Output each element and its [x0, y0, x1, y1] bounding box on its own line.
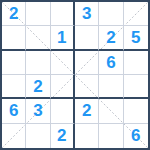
cell-r3c1[interactable]: 2	[26, 75, 50, 99]
cell-r0c0[interactable]: 2	[2, 2, 26, 26]
cell-r3c2[interactable]	[51, 75, 75, 99]
cell-r3c0[interactable]	[2, 75, 26, 99]
cell-r4c4[interactable]	[99, 99, 123, 123]
cell-r4c0[interactable]: 6	[2, 99, 26, 123]
cell-r3c5[interactable]	[124, 75, 148, 99]
cell-r5c3[interactable]	[75, 124, 99, 148]
cell-r1c4[interactable]: 2	[99, 26, 123, 50]
cell-r2c5[interactable]	[124, 51, 148, 75]
cell-r5c5[interactable]: 6	[124, 124, 148, 148]
cell-r2c1[interactable]	[26, 51, 50, 75]
cell-r3c3[interactable]	[75, 75, 99, 99]
cell-r5c0[interactable]	[2, 124, 26, 148]
cell-r0c3[interactable]: 3	[75, 2, 99, 26]
cell-r3c4[interactable]	[99, 75, 123, 99]
cell-r0c5[interactable]	[124, 2, 148, 26]
sudoku-grid: 2 3 1 2 5 6 2 6 3 2 2 6	[2, 2, 148, 148]
cell-r0c1[interactable]	[26, 2, 50, 26]
cell-r5c4[interactable]	[99, 124, 123, 148]
cell-r5c2[interactable]: 2	[51, 124, 75, 148]
cell-r2c0[interactable]	[2, 51, 26, 75]
cell-r1c2[interactable]: 1	[51, 26, 75, 50]
cell-r4c3[interactable]: 2	[75, 99, 99, 123]
cell-r1c0[interactable]	[2, 26, 26, 50]
cell-r4c2[interactable]	[51, 99, 75, 123]
cell-r1c1[interactable]	[26, 26, 50, 50]
cell-r4c1[interactable]: 3	[26, 99, 50, 123]
cell-r2c3[interactable]	[75, 51, 99, 75]
cell-r2c2[interactable]	[51, 51, 75, 75]
cell-r4c5[interactable]	[124, 99, 148, 123]
cell-r5c1[interactable]	[26, 124, 50, 148]
cell-r0c4[interactable]	[99, 2, 123, 26]
sudoku-board: 2 3 1 2 5 6 2 6 3 2 2 6	[0, 0, 150, 150]
cell-r2c4[interactable]: 6	[99, 51, 123, 75]
cell-r1c5[interactable]: 5	[124, 26, 148, 50]
cell-r0c2[interactable]	[51, 2, 75, 26]
cell-r1c3[interactable]	[75, 26, 99, 50]
